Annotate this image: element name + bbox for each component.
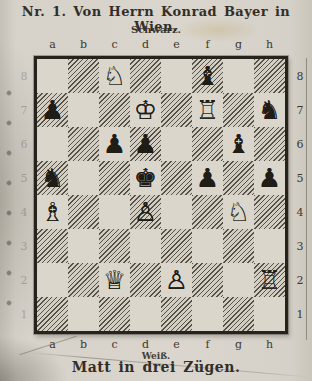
square-f2 — [192, 263, 223, 297]
piece-wR-f7: ♖ — [196, 97, 219, 123]
square-e4 — [161, 195, 192, 229]
square-h8 — [254, 59, 285, 93]
square-a2 — [37, 263, 68, 297]
piece-wP-e2: ♙ — [165, 267, 188, 293]
square-g4: ♘ — [223, 195, 254, 229]
square-h5: ♟ — [254, 161, 285, 195]
square-d6: ♟ — [130, 127, 161, 161]
square-h3 — [254, 229, 285, 263]
file-label-c: c — [99, 39, 130, 51]
square-d2 — [130, 263, 161, 297]
square-b7 — [68, 93, 99, 127]
square-h2: ♖ — [254, 263, 285, 297]
rank-label-4: 4 — [293, 195, 307, 229]
piece-wP-d4: ♙ — [134, 199, 157, 225]
square-a5: ♞ — [37, 161, 68, 195]
square-g1 — [223, 297, 254, 331]
ranks-right: 87654321 — [293, 59, 307, 331]
file-label-f: f — [192, 39, 223, 51]
piece-bN-a5: ♞ — [41, 165, 64, 191]
piece-wB-a4: ♗ — [41, 199, 64, 225]
square-a4: ♗ — [37, 195, 68, 229]
piece-bB-g6: ♝ — [227, 131, 250, 157]
piece-bB-f8: ♝ — [196, 63, 219, 89]
square-c1 — [99, 297, 130, 331]
piece-bP-c6: ♟ — [103, 131, 126, 157]
square-h6 — [254, 127, 285, 161]
square-c4 — [99, 195, 130, 229]
binding-dots-decoration — [5, 88, 13, 328]
piece-bP-a7: ♟ — [41, 97, 64, 123]
rank-label-2: 2 — [293, 263, 307, 297]
square-a6 — [37, 127, 68, 161]
square-e5 — [161, 161, 192, 195]
square-d3 — [130, 229, 161, 263]
square-h1 — [254, 297, 285, 331]
square-c6: ♟ — [99, 127, 130, 161]
square-c3 — [99, 229, 130, 263]
square-a8 — [37, 59, 68, 93]
rank-label-3: 3 — [293, 229, 307, 263]
square-e8 — [161, 59, 192, 93]
file-label-h: h — [254, 39, 285, 51]
file-label-h: h — [254, 339, 285, 351]
files-bottom: abcdefgh — [37, 339, 285, 351]
square-a7: ♟ — [37, 93, 68, 127]
piece-bP-d6: ♟ — [134, 131, 157, 157]
piece-bK-d5: ♚ — [134, 165, 157, 191]
piece-wK-d7: ♔ — [134, 97, 157, 123]
files-top: abcdefgh — [37, 39, 285, 51]
square-a1 — [37, 297, 68, 331]
black-side-label: Schwarz. — [0, 24, 312, 35]
square-e3 — [161, 229, 192, 263]
piece-bN-h7: ♞ — [258, 97, 281, 123]
file-label-g: g — [223, 339, 254, 351]
square-f1 — [192, 297, 223, 331]
rank-label-6: 6 — [17, 127, 31, 161]
square-b2 — [68, 263, 99, 297]
square-e1 — [161, 297, 192, 331]
rank-label-3: 3 — [17, 229, 31, 263]
rank-label-7: 7 — [17, 93, 31, 127]
file-label-g: g — [223, 39, 254, 51]
square-f5: ♟ — [192, 161, 223, 195]
file-label-e: e — [161, 339, 192, 351]
square-b3 — [68, 229, 99, 263]
square-c8: ♘ — [99, 59, 130, 93]
rank-label-1: 1 — [17, 297, 31, 331]
file-label-b: b — [68, 39, 99, 51]
rank-label-7: 7 — [293, 93, 307, 127]
square-e6 — [161, 127, 192, 161]
square-b6 — [68, 127, 99, 161]
square-f6 — [192, 127, 223, 161]
scanned-page: Nr. 1. Von Herrn Konrad Bayer in Wien. S… — [0, 0, 312, 381]
chess-board: ♘♝♟♔♖♞♟♟♝♞♚♟♟♗♙♘♕♙♖ — [34, 56, 288, 334]
piece-wN-c8: ♘ — [103, 63, 126, 89]
file-label-a: a — [37, 39, 68, 51]
file-label-d: d — [130, 39, 161, 51]
square-g7 — [223, 93, 254, 127]
square-c5 — [99, 161, 130, 195]
square-d5: ♚ — [130, 161, 161, 195]
square-g3 — [223, 229, 254, 263]
rank-label-5: 5 — [293, 161, 307, 195]
square-g2 — [223, 263, 254, 297]
square-d8 — [130, 59, 161, 93]
square-f3 — [192, 229, 223, 263]
square-f7: ♖ — [192, 93, 223, 127]
square-e7 — [161, 93, 192, 127]
square-d1 — [130, 297, 161, 331]
square-g6: ♝ — [223, 127, 254, 161]
piece-wR-h2: ♖ — [258, 267, 281, 293]
square-b1 — [68, 297, 99, 331]
rank-label-2: 2 — [17, 263, 31, 297]
rank-label-8: 8 — [293, 59, 307, 93]
piece-bP-h5: ♟ — [258, 165, 281, 191]
square-d7: ♔ — [130, 93, 161, 127]
square-g8 — [223, 59, 254, 93]
square-d4: ♙ — [130, 195, 161, 229]
piece-wQ-c2: ♕ — [103, 267, 126, 293]
square-h7: ♞ — [254, 93, 285, 127]
file-label-a: a — [37, 339, 68, 351]
file-label-b: b — [68, 339, 99, 351]
square-c7 — [99, 93, 130, 127]
rank-label-8: 8 — [17, 59, 31, 93]
file-label-c: c — [99, 339, 130, 351]
square-c2: ♕ — [99, 263, 130, 297]
square-a3 — [37, 229, 68, 263]
file-label-e: e — [161, 39, 192, 51]
rank-label-4: 4 — [17, 195, 31, 229]
square-b5 — [68, 161, 99, 195]
square-h4 — [254, 195, 285, 229]
square-b8 — [68, 59, 99, 93]
file-label-f: f — [192, 339, 223, 351]
rank-label-1: 1 — [293, 297, 307, 331]
rank-label-6: 6 — [293, 127, 307, 161]
piece-wN-g4: ♘ — [227, 199, 250, 225]
piece-bP-f5: ♟ — [196, 165, 219, 191]
square-b4 — [68, 195, 99, 229]
square-g5 — [223, 161, 254, 195]
square-e2: ♙ — [161, 263, 192, 297]
stipulation-caption: Matt in drei Zügen. — [0, 359, 312, 375]
square-f4 — [192, 195, 223, 229]
rank-label-5: 5 — [17, 161, 31, 195]
ranks-left: 87654321 — [17, 59, 31, 331]
square-f8: ♝ — [192, 59, 223, 93]
file-label-d: d — [130, 339, 161, 351]
